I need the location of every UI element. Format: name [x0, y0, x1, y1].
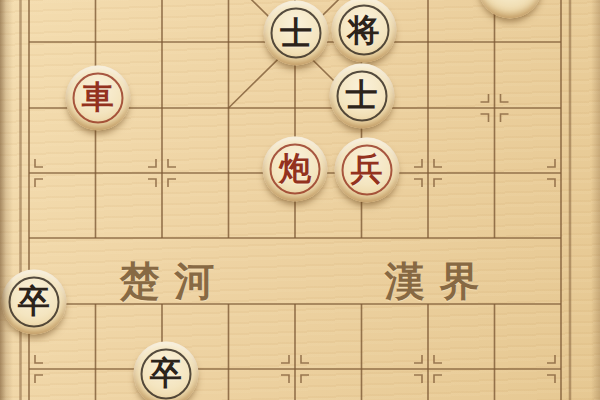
piece-glyph: 炮: [279, 152, 311, 184]
piece-glyph: 士: [280, 16, 312, 48]
piece-glyph: 士: [346, 79, 378, 111]
piece-glyph: 車: [82, 81, 114, 113]
piece-glyph: 兵: [351, 153, 383, 185]
river-label-chu-he: 楚河: [105, 254, 230, 309]
piece-black-advisor-e9[interactable]: 士: [264, 1, 329, 66]
xiangqi-board[interactable]: 楚河 漢界 士将士車炮兵卒卒: [0, 0, 600, 400]
piece-black-soldier-a5[interactable]: 卒: [2, 269, 67, 334]
piece-glyph: 将: [348, 13, 380, 45]
piece-glyph: 卒: [18, 285, 50, 317]
piece-red-soldier-f7[interactable]: 兵: [334, 137, 399, 202]
piece-black-soldier-c4[interactable]: 卒: [134, 341, 199, 400]
piece-black-general-f9[interactable]: 将: [331, 0, 396, 63]
piece-glyph: 卒: [150, 357, 182, 389]
piece-black-advisor-f8[interactable]: 士: [329, 63, 394, 128]
piece-red-cannon-e7[interactable]: 炮: [263, 136, 328, 201]
river-label-han-jie: 漢界: [370, 254, 495, 309]
piece-red-chariot-b8[interactable]: 車: [65, 65, 130, 130]
